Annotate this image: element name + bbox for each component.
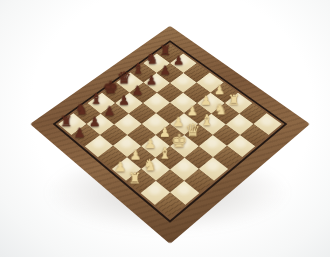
photo-scene: ♜♟♟♜♞♟♟♞♝♟♟♝♛♟♟♛♚♟♟♚♝♟♟♝♞♟♟♞♜♟♟♜ bbox=[0, 0, 330, 257]
chess-piece-white-rook[interactable]: ♜ bbox=[124, 170, 145, 185]
square-g1[interactable] bbox=[170, 181, 200, 205]
chess-piece-black-pawn[interactable]: ♟ bbox=[70, 126, 90, 139]
